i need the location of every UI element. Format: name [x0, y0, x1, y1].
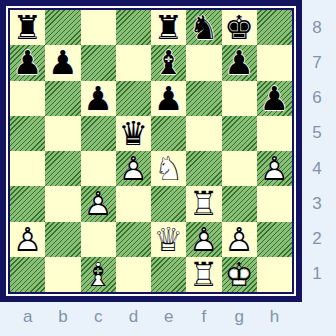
square-h5[interactable]	[257, 116, 292, 151]
piece-fill: ♚	[222, 10, 257, 45]
square-h2[interactable]	[257, 222, 292, 257]
square-a3[interactable]	[10, 186, 45, 221]
piece-fill: ♟	[222, 45, 257, 80]
piece-fill: ♚	[222, 257, 257, 292]
page-background: { "game": "chess", "position": { "fen": …	[0, 0, 336, 336]
square-c7[interactable]	[81, 45, 116, 80]
piece-fill: ♟	[81, 186, 116, 221]
square-a1[interactable]	[10, 257, 45, 292]
piece-fill: ♜	[151, 10, 186, 45]
piece-outline: ♙	[116, 151, 151, 186]
piece-fill: ♟	[151, 81, 186, 116]
square-f6[interactable]	[186, 81, 221, 116]
piece-white-pawn: ♟♙	[81, 186, 116, 221]
board-frame-gap: ♜♜♞♚♟♟♝♟♟♟♟♛♟♙♞♘♟♙♟♙♜♖♟♙♛♕♟♙♟♙♝♗♜♖♚♔	[6, 6, 296, 296]
square-e3[interactable]	[151, 186, 186, 221]
piece-outline: ♗	[81, 257, 116, 292]
square-e8[interactable]: ♜	[151, 10, 186, 45]
file-label-g: g	[222, 302, 257, 332]
square-a6[interactable]	[10, 81, 45, 116]
rank-labels: 87654321	[302, 10, 332, 292]
piece-outline: ♙	[81, 186, 116, 221]
piece-outline: ♔	[222, 257, 257, 292]
square-c6[interactable]: ♟	[81, 81, 116, 116]
square-e4[interactable]: ♞♘	[151, 151, 186, 186]
piece-black-pawn: ♟	[81, 81, 116, 116]
square-a5[interactable]	[10, 116, 45, 151]
piece-fill: ♞	[151, 151, 186, 186]
piece-outline: ♙	[10, 222, 45, 257]
piece-black-pawn: ♟	[45, 45, 80, 80]
piece-white-pawn: ♟♙	[257, 151, 292, 186]
square-d6[interactable]	[116, 81, 151, 116]
square-d3[interactable]	[116, 186, 151, 221]
square-h1[interactable]	[257, 257, 292, 292]
file-label-f: f	[186, 302, 221, 332]
piece-white-pawn: ♟♙	[10, 222, 45, 257]
square-e2[interactable]: ♛♕	[151, 222, 186, 257]
square-f4[interactable]	[186, 151, 221, 186]
piece-black-knight: ♞	[186, 10, 221, 45]
square-g6[interactable]	[222, 81, 257, 116]
square-c8[interactable]	[81, 10, 116, 45]
square-a4[interactable]	[10, 151, 45, 186]
piece-black-bishop: ♝	[151, 45, 186, 80]
piece-fill: ♟	[45, 45, 80, 80]
file-label-e: e	[151, 302, 186, 332]
square-g7[interactable]: ♟	[222, 45, 257, 80]
square-c1[interactable]: ♝♗	[81, 257, 116, 292]
piece-fill: ♞	[186, 10, 221, 45]
file-label-c: c	[81, 302, 116, 332]
piece-black-pawn: ♟	[151, 81, 186, 116]
piece-white-rook: ♜♖	[186, 186, 221, 221]
square-d7[interactable]	[116, 45, 151, 80]
piece-fill: ♜	[186, 186, 221, 221]
square-c4[interactable]	[81, 151, 116, 186]
file-label-h: h	[257, 302, 292, 332]
piece-white-pawn: ♟♙	[222, 222, 257, 257]
rank-label-5: 5	[302, 116, 332, 151]
square-a8[interactable]: ♜	[10, 10, 45, 45]
square-e1[interactable]	[151, 257, 186, 292]
rank-label-2: 2	[302, 222, 332, 257]
piece-black-pawn: ♟	[10, 45, 45, 80]
square-g8[interactable]: ♚	[222, 10, 257, 45]
file-labels: abcdefgh	[10, 302, 292, 332]
piece-fill: ♟	[81, 81, 116, 116]
piece-black-king: ♚	[222, 10, 257, 45]
piece-fill: ♛	[116, 116, 151, 151]
square-b2[interactable]	[45, 222, 80, 257]
square-f3[interactable]: ♜♖	[186, 186, 221, 221]
piece-white-king: ♚♔	[222, 257, 257, 292]
piece-outline: ♙	[257, 151, 292, 186]
piece-black-rook: ♜	[151, 10, 186, 45]
piece-white-bishop: ♝♗	[81, 257, 116, 292]
piece-outline: ♘	[151, 151, 186, 186]
board-grid: ♜♜♞♚♟♟♝♟♟♟♟♛♟♙♞♘♟♙♟♙♜♖♟♙♛♕♟♙♟♙♝♗♜♖♚♔	[10, 10, 292, 292]
square-f7[interactable]	[186, 45, 221, 80]
square-a2[interactable]: ♟♙	[10, 222, 45, 257]
piece-white-pawn: ♟♙	[116, 151, 151, 186]
piece-black-queen: ♛	[116, 116, 151, 151]
square-d5[interactable]: ♛	[116, 116, 151, 151]
square-c5[interactable]	[81, 116, 116, 151]
square-b3[interactable]	[45, 186, 80, 221]
piece-fill: ♝	[151, 45, 186, 80]
square-b5[interactable]	[45, 116, 80, 151]
piece-fill: ♝	[81, 257, 116, 292]
square-d2[interactable]	[116, 222, 151, 257]
rank-label-8: 8	[302, 10, 332, 45]
piece-outline: ♖	[186, 186, 221, 221]
square-e6[interactable]: ♟	[151, 81, 186, 116]
piece-outline: ♙	[222, 222, 257, 257]
square-e5[interactable]	[151, 116, 186, 151]
piece-fill: ♛	[151, 222, 186, 257]
square-f5[interactable]	[186, 116, 221, 151]
rank-label-4: 4	[302, 151, 332, 186]
square-b4[interactable]	[45, 151, 80, 186]
piece-outline: ♙	[186, 222, 221, 257]
piece-fill: ♟	[116, 151, 151, 186]
rank-label-1: 1	[302, 257, 332, 292]
rank-label-6: 6	[302, 81, 332, 116]
square-h4[interactable]: ♟♙	[257, 151, 292, 186]
square-d4[interactable]: ♟♙	[116, 151, 151, 186]
square-d1[interactable]	[116, 257, 151, 292]
square-f2[interactable]: ♟♙	[186, 222, 221, 257]
square-g2[interactable]: ♟♙	[222, 222, 257, 257]
square-c3[interactable]: ♟♙	[81, 186, 116, 221]
piece-fill: ♟	[257, 81, 292, 116]
square-g5[interactable]	[222, 116, 257, 151]
piece-white-knight: ♞♘	[151, 151, 186, 186]
square-h6[interactable]: ♟	[257, 81, 292, 116]
piece-black-pawn: ♟	[222, 45, 257, 80]
square-f8[interactable]: ♞	[186, 10, 221, 45]
board-frame: ♜♜♞♚♟♟♝♟♟♟♟♛♟♙♞♘♟♙♟♙♜♖♟♙♛♕♟♙♟♙♝♗♜♖♚♔	[0, 0, 302, 302]
file-label-b: b	[45, 302, 80, 332]
piece-white-queen: ♛♕	[151, 222, 186, 257]
square-f1[interactable]: ♜♖	[186, 257, 221, 292]
square-b8[interactable]	[45, 10, 80, 45]
piece-fill: ♟	[222, 222, 257, 257]
piece-outline: ♕	[151, 222, 186, 257]
piece-outline: ♖	[186, 257, 221, 292]
square-a7[interactable]: ♟	[10, 45, 45, 80]
board-frame-inner: ♜♜♞♚♟♟♝♟♟♟♟♛♟♙♞♘♟♙♟♙♜♖♟♙♛♕♟♙♟♙♝♗♜♖♚♔	[8, 8, 294, 294]
square-c2[interactable]	[81, 222, 116, 257]
piece-fill: ♟	[186, 222, 221, 257]
square-e7[interactable]: ♝	[151, 45, 186, 80]
square-g4[interactable]	[222, 151, 257, 186]
rank-label-3: 3	[302, 186, 332, 221]
square-g3[interactable]	[222, 186, 257, 221]
piece-white-pawn: ♟♙	[186, 222, 221, 257]
square-h3[interactable]	[257, 186, 292, 221]
file-label-d: d	[116, 302, 151, 332]
square-d8[interactable]	[116, 10, 151, 45]
square-g1[interactable]: ♚♔	[222, 257, 257, 292]
square-b1[interactable]	[45, 257, 80, 292]
piece-fill: ♟	[257, 151, 292, 186]
piece-white-rook: ♜♖	[186, 257, 221, 292]
piece-fill: ♟	[10, 45, 45, 80]
piece-fill: ♟	[10, 222, 45, 257]
piece-fill: ♜	[10, 10, 45, 45]
piece-black-rook: ♜	[10, 10, 45, 45]
piece-black-pawn: ♟	[257, 81, 292, 116]
square-h8[interactable]	[257, 10, 292, 45]
rank-label-7: 7	[302, 45, 332, 80]
piece-fill: ♜	[186, 257, 221, 292]
square-b7[interactable]: ♟	[45, 45, 80, 80]
square-b6[interactable]	[45, 81, 80, 116]
file-label-a: a	[10, 302, 45, 332]
square-h7[interactable]	[257, 45, 292, 80]
